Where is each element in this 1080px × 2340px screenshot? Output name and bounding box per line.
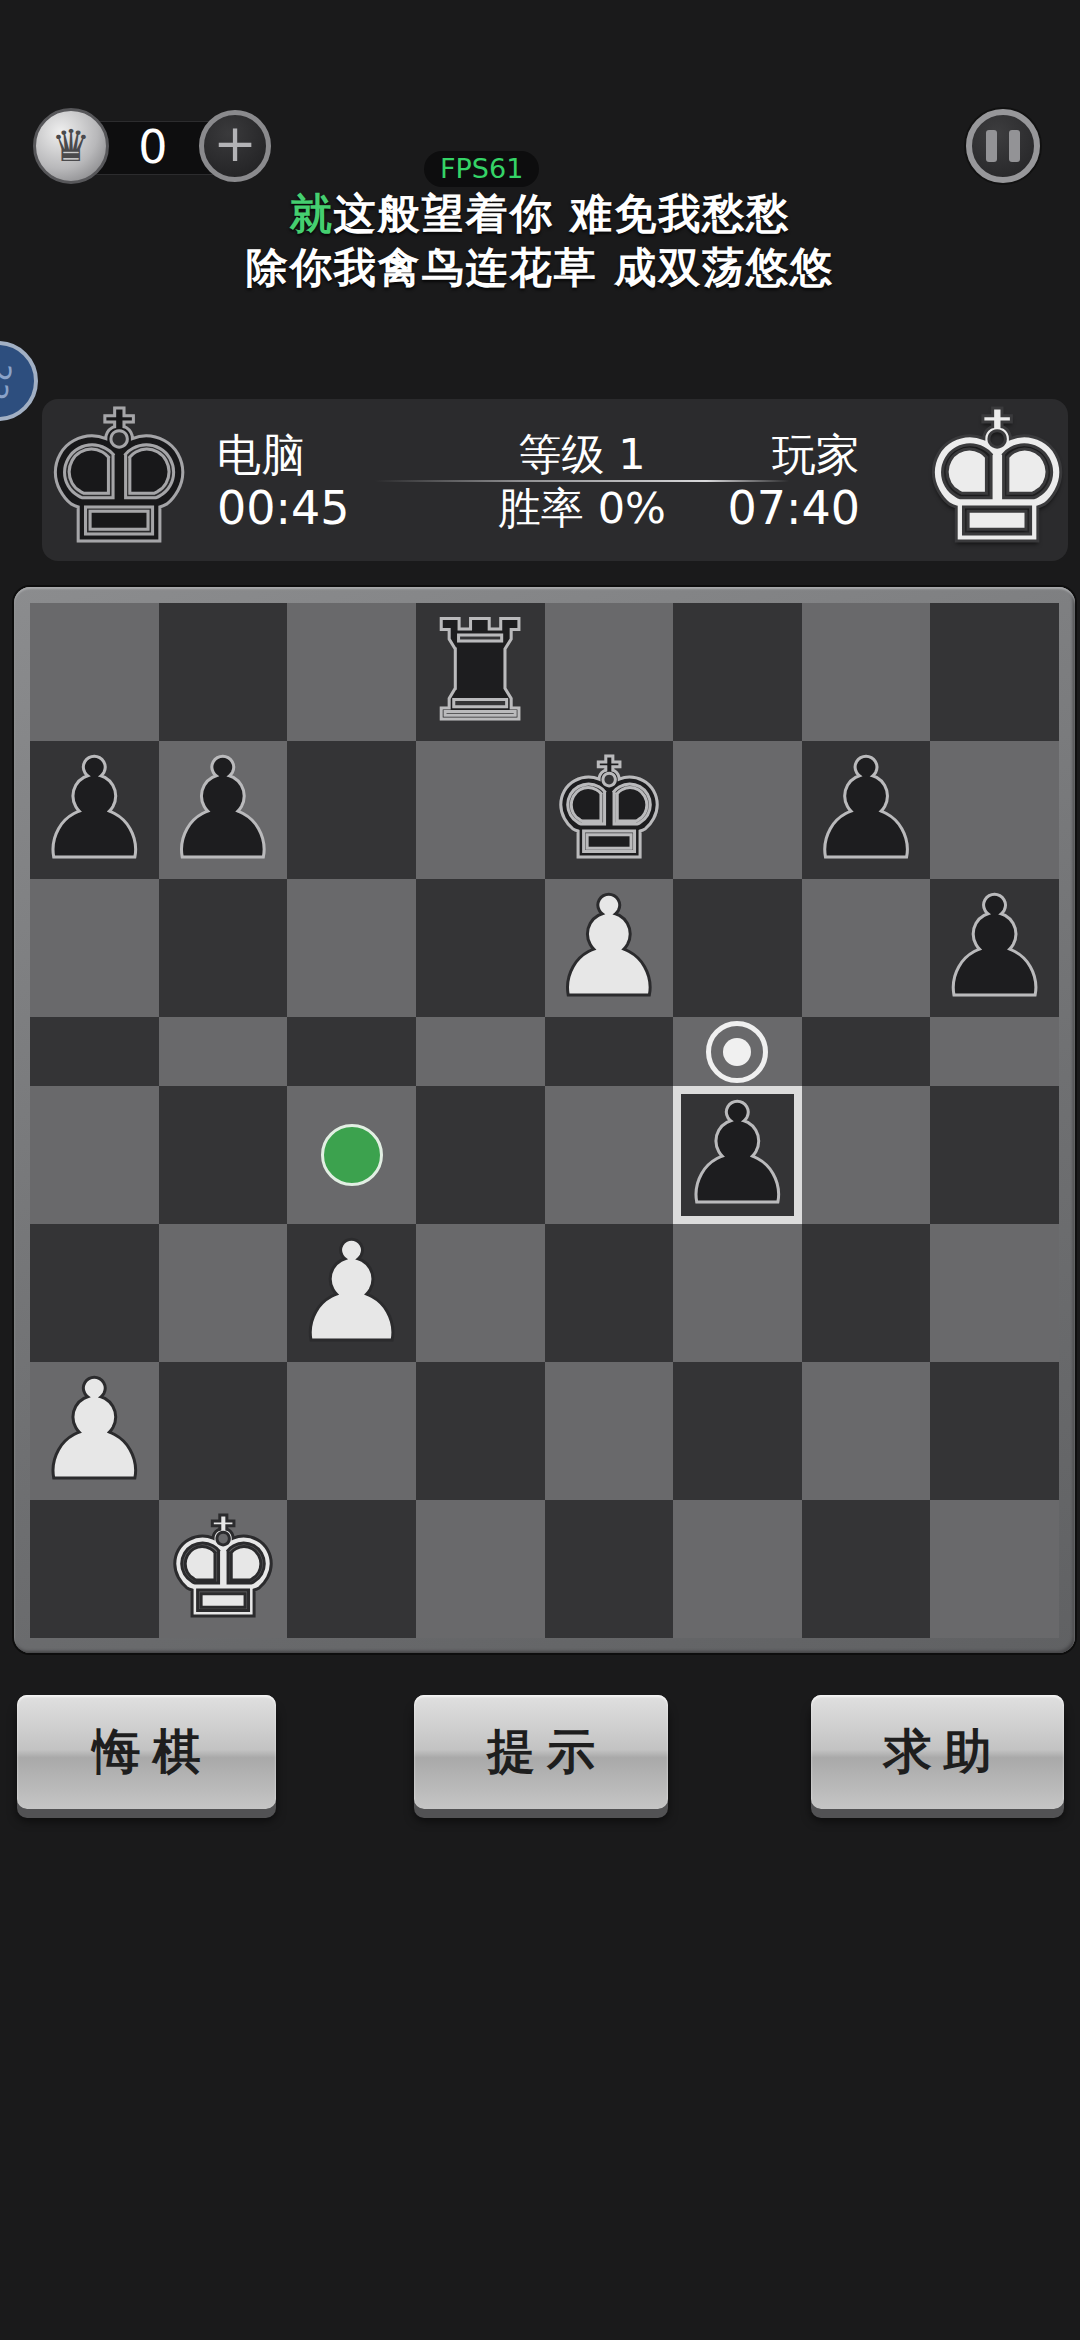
black-pawn-piece: ♟: [676, 1086, 800, 1224]
square-f1[interactable]: [673, 1500, 802, 1638]
square-b5[interactable]: [159, 1017, 288, 1086]
square-g6[interactable]: [802, 879, 931, 1017]
square-c8[interactable]: [287, 603, 416, 741]
square-c5[interactable]: [287, 1017, 416, 1086]
square-b3[interactable]: [159, 1224, 288, 1362]
square-d2[interactable]: [416, 1362, 545, 1500]
square-h1[interactable]: [930, 1500, 1059, 1638]
square-d7[interactable]: [416, 741, 545, 879]
square-b2[interactable]: [159, 1362, 288, 1500]
black-king-icon: ♚: [24, 383, 214, 573]
pause-icon: [986, 130, 997, 162]
square-g7[interactable]: ♟: [802, 741, 931, 879]
chess-board-frame: ♜♟♟♚♟♟♟♟♟♟♚: [14, 587, 1075, 1653]
square-a8[interactable]: [30, 603, 159, 741]
square-d6[interactable]: [416, 879, 545, 1017]
help-button[interactable]: 求助: [811, 1695, 1064, 1809]
square-f6[interactable]: [673, 879, 802, 1017]
square-a1[interactable]: [30, 1500, 159, 1638]
side-badge-label: 22: [0, 359, 19, 403]
computer-clock: 00:45: [217, 481, 350, 535]
black-pawn-piece: ♟: [804, 741, 928, 879]
square-f8[interactable]: [673, 603, 802, 741]
square-d3[interactable]: [416, 1224, 545, 1362]
selected-square-f4[interactable]: ♟: [673, 1086, 802, 1224]
square-h3[interactable]: [930, 1224, 1059, 1362]
player-name: 玩家: [727, 429, 860, 481]
square-b7[interactable]: ♟: [159, 741, 288, 879]
square-a4[interactable]: [30, 1086, 159, 1224]
chess-board: ♜♟♟♚♟♟♟♟♟♟♚: [30, 603, 1059, 1638]
scoreboard-panel: ♚ 电脑 00:45 等级 1 胜率 0% 玩家 07:40 ♚: [42, 399, 1068, 561]
square-g8[interactable]: [802, 603, 931, 741]
game-screen: 0 ♛ + FPS61 就这般望着你 难免我愁愁 除你我禽鸟连花草 成双荡悠悠 …: [0, 0, 1080, 2340]
square-d5[interactable]: [416, 1017, 545, 1086]
black-pawn-piece: ♟: [161, 741, 285, 879]
square-g3[interactable]: [802, 1224, 931, 1362]
square-b4[interactable]: [159, 1086, 288, 1224]
lyric-line-2: 除你我禽鸟连花草 成双荡悠悠: [0, 240, 1080, 296]
square-d4[interactable]: [416, 1086, 545, 1224]
square-c3[interactable]: ♟: [287, 1224, 416, 1362]
square-g1[interactable]: [802, 1500, 931, 1638]
square-a7[interactable]: ♟: [30, 741, 159, 879]
black-rook-piece: ♜: [418, 603, 542, 741]
square-a5[interactable]: [30, 1017, 159, 1086]
square-e1[interactable]: [545, 1500, 674, 1638]
square-b8[interactable]: [159, 603, 288, 741]
add-coins-button[interactable]: +: [199, 110, 271, 182]
white-pawn-piece: ♟: [290, 1224, 414, 1362]
white-pawn-piece: ♟: [547, 879, 671, 1017]
square-d1[interactable]: [416, 1500, 545, 1638]
crown-coin-icon: ♛: [33, 108, 109, 184]
black-king-piece: ♚: [547, 741, 671, 879]
plus-icon: +: [213, 117, 257, 169]
white-pawn-piece: ♟: [32, 1362, 156, 1500]
square-c7[interactable]: [287, 741, 416, 879]
fps-counter: FPS61: [424, 151, 539, 187]
square-h7[interactable]: [930, 741, 1059, 879]
square-h6[interactable]: ♟: [930, 879, 1059, 1017]
square-b6[interactable]: [159, 879, 288, 1017]
square-e8[interactable]: [545, 603, 674, 741]
square-f7[interactable]: [673, 741, 802, 879]
white-king-icon: ♚: [902, 383, 1080, 573]
square-e5[interactable]: [545, 1017, 674, 1086]
square-f2[interactable]: [673, 1362, 802, 1500]
undo-button[interactable]: 悔棋: [17, 1695, 276, 1809]
square-g2[interactable]: [802, 1362, 931, 1500]
square-h2[interactable]: [930, 1362, 1059, 1500]
square-e2[interactable]: [545, 1362, 674, 1500]
square-h8[interactable]: [930, 603, 1059, 741]
square-h4[interactable]: [930, 1086, 1059, 1224]
human-player-info: 玩家 07:40: [727, 429, 860, 535]
square-e6[interactable]: ♟: [545, 879, 674, 1017]
black-pawn-piece: ♟: [933, 879, 1057, 1017]
white-king-piece: ♚: [161, 1500, 285, 1638]
square-c6[interactable]: [287, 879, 416, 1017]
square-c4[interactable]: [287, 1086, 416, 1224]
square-a3[interactable]: [30, 1224, 159, 1362]
square-g4[interactable]: [802, 1086, 931, 1224]
square-g5[interactable]: [802, 1017, 931, 1086]
lyric-highlight-char: 就: [290, 189, 334, 238]
square-a2[interactable]: ♟: [30, 1362, 159, 1500]
pause-button[interactable]: [966, 109, 1040, 183]
black-pawn-piece: ♟: [32, 741, 156, 879]
square-e7[interactable]: ♚: [545, 741, 674, 879]
coin-count: 0: [118, 118, 188, 176]
computer-player-info: 电脑 00:45: [217, 429, 350, 535]
square-a6[interactable]: [30, 879, 159, 1017]
player-clock: 07:40: [727, 481, 860, 535]
square-f3[interactable]: [673, 1224, 802, 1362]
lyric-line-1: 就这般望着你 难免我愁愁: [0, 186, 1080, 242]
hint-circle[interactable]: [321, 1124, 383, 1186]
square-e4[interactable]: [545, 1086, 674, 1224]
square-d8[interactable]: ♜: [416, 603, 545, 741]
square-c1[interactable]: [287, 1500, 416, 1638]
square-c2[interactable]: [287, 1362, 416, 1500]
square-h5[interactable]: [930, 1017, 1059, 1086]
square-e3[interactable]: [545, 1224, 674, 1362]
hint-button[interactable]: 提示: [414, 1695, 668, 1809]
square-b1[interactable]: ♚: [159, 1500, 288, 1638]
crown-glyph: ♛: [51, 124, 90, 168]
computer-name: 电脑: [217, 429, 350, 481]
